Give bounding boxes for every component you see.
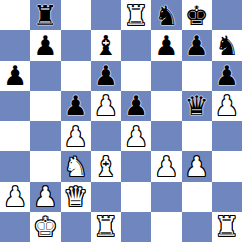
chess-board: ♜♜♞♚♟♝♟♟♞♟♟♟♟♟♟♛♟♟♟♞♝♟♟♟♟♛♚♜♜ xyxy=(0,0,242,242)
square-e4[interactable]: ♟ xyxy=(121,121,151,151)
square-g3[interactable]: ♟ xyxy=(182,151,212,181)
black-pawn[interactable]: ♟ xyxy=(33,32,57,59)
square-g7[interactable]: ♟ xyxy=(182,30,212,60)
square-d7[interactable]: ♝ xyxy=(91,30,121,60)
square-b4[interactable] xyxy=(30,121,60,151)
white-pawn[interactable]: ♟ xyxy=(3,183,27,210)
square-a8[interactable] xyxy=(0,0,30,30)
square-h6[interactable]: ♟ xyxy=(212,61,242,91)
square-c6[interactable] xyxy=(61,61,91,91)
square-a4[interactable] xyxy=(0,121,30,151)
square-e2[interactable] xyxy=(121,182,151,212)
square-b5[interactable] xyxy=(30,91,60,121)
black-bishop[interactable]: ♝ xyxy=(94,32,118,59)
square-c5[interactable]: ♟ xyxy=(61,91,91,121)
square-c7[interactable] xyxy=(61,30,91,60)
square-d1[interactable]: ♜ xyxy=(91,212,121,242)
square-g5[interactable]: ♛ xyxy=(182,91,212,121)
white-pawn[interactable]: ♟ xyxy=(64,123,88,150)
square-b3[interactable] xyxy=(30,151,60,181)
square-f5[interactable] xyxy=(151,91,181,121)
square-h5[interactable]: ♟ xyxy=(212,91,242,121)
white-pawn[interactable]: ♟ xyxy=(185,153,209,180)
white-queen[interactable]: ♛ xyxy=(64,183,88,210)
white-pawn[interactable]: ♟ xyxy=(215,92,239,119)
square-b6[interactable] xyxy=(30,61,60,91)
square-e3[interactable] xyxy=(121,151,151,181)
square-g8[interactable]: ♚ xyxy=(182,0,212,30)
square-b2[interactable]: ♟ xyxy=(30,182,60,212)
square-d5[interactable]: ♟ xyxy=(91,91,121,121)
square-b7[interactable]: ♟ xyxy=(30,30,60,60)
square-h3[interactable] xyxy=(212,151,242,181)
white-rook[interactable]: ♜ xyxy=(124,2,148,29)
black-knight[interactable]: ♞ xyxy=(215,32,239,59)
white-knight[interactable]: ♞ xyxy=(64,153,88,180)
square-e6[interactable] xyxy=(121,61,151,91)
square-f6[interactable] xyxy=(151,61,181,91)
square-f8[interactable]: ♞ xyxy=(151,0,181,30)
square-a3[interactable] xyxy=(0,151,30,181)
square-a6[interactable]: ♟ xyxy=(0,61,30,91)
square-f2[interactable] xyxy=(151,182,181,212)
square-f4[interactable] xyxy=(151,121,181,151)
square-g6[interactable] xyxy=(182,61,212,91)
square-f3[interactable]: ♟ xyxy=(151,151,181,181)
white-rook[interactable]: ♜ xyxy=(94,213,118,240)
black-pawn[interactable]: ♟ xyxy=(3,62,27,89)
black-pawn[interactable]: ♟ xyxy=(124,92,148,119)
white-bishop[interactable]: ♝ xyxy=(94,153,118,180)
square-h1[interactable]: ♜ xyxy=(212,212,242,242)
white-rook[interactable]: ♜ xyxy=(215,213,239,240)
square-f1[interactable] xyxy=(151,212,181,242)
square-c8[interactable] xyxy=(61,0,91,30)
black-pawn[interactable]: ♟ xyxy=(94,62,118,89)
black-knight[interactable]: ♞ xyxy=(154,2,178,29)
black-queen[interactable]: ♛ xyxy=(185,92,209,119)
black-rook[interactable]: ♜ xyxy=(33,2,57,29)
black-king[interactable]: ♚ xyxy=(185,2,209,29)
square-a5[interactable] xyxy=(0,91,30,121)
black-pawn[interactable]: ♟ xyxy=(64,92,88,119)
square-h2[interactable] xyxy=(212,182,242,212)
square-g2[interactable] xyxy=(182,182,212,212)
square-f7[interactable]: ♟ xyxy=(151,30,181,60)
square-d3[interactable]: ♝ xyxy=(91,151,121,181)
square-d8[interactable] xyxy=(91,0,121,30)
square-e7[interactable] xyxy=(121,30,151,60)
square-c3[interactable]: ♞ xyxy=(61,151,91,181)
white-king[interactable]: ♚ xyxy=(33,213,57,240)
square-h7[interactable]: ♞ xyxy=(212,30,242,60)
square-d4[interactable] xyxy=(91,121,121,151)
square-e8[interactable]: ♜ xyxy=(121,0,151,30)
square-a7[interactable] xyxy=(0,30,30,60)
white-pawn[interactable]: ♟ xyxy=(94,92,118,119)
square-h8[interactable] xyxy=(212,0,242,30)
square-d6[interactable]: ♟ xyxy=(91,61,121,91)
square-c1[interactable] xyxy=(61,212,91,242)
black-pawn[interactable]: ♟ xyxy=(185,32,209,59)
square-h4[interactable] xyxy=(212,121,242,151)
square-e5[interactable]: ♟ xyxy=(121,91,151,121)
square-a1[interactable] xyxy=(0,212,30,242)
square-b8[interactable]: ♜ xyxy=(30,0,60,30)
square-c2[interactable]: ♛ xyxy=(61,182,91,212)
white-pawn[interactable]: ♟ xyxy=(33,183,57,210)
black-pawn[interactable]: ♟ xyxy=(154,32,178,59)
square-d2[interactable] xyxy=(91,182,121,212)
white-pawn[interactable]: ♟ xyxy=(154,153,178,180)
square-c4[interactable]: ♟ xyxy=(61,121,91,151)
white-pawn[interactable]: ♟ xyxy=(124,123,148,150)
square-e1[interactable] xyxy=(121,212,151,242)
square-b1[interactable]: ♚ xyxy=(30,212,60,242)
square-g1[interactable] xyxy=(182,212,212,242)
square-g4[interactable] xyxy=(182,121,212,151)
square-a2[interactable]: ♟ xyxy=(0,182,30,212)
black-pawn[interactable]: ♟ xyxy=(215,62,239,89)
